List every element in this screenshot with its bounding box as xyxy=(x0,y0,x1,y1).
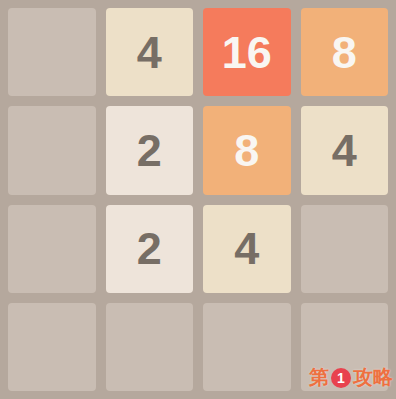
empty-cell-r3c4 xyxy=(301,205,389,293)
tile-2-r2c2: 2 xyxy=(106,106,194,194)
empty-cell-r2c1 xyxy=(8,106,96,194)
watermark: 第 1 攻略 xyxy=(309,364,393,391)
empty-cell-r4c3 xyxy=(203,303,291,391)
tile-4-r3c3: 4 xyxy=(203,205,291,293)
board-grid: 416828424 xyxy=(8,8,388,391)
game-board-2048[interactable]: 416828424 第 1 攻略 xyxy=(0,0,396,399)
tile-2-r3c2: 2 xyxy=(106,205,194,293)
watermark-suffix: 攻略 xyxy=(353,364,393,391)
watermark-prefix: 第 xyxy=(309,364,329,391)
tile-4-r1c2: 4 xyxy=(106,8,194,96)
watermark-number-badge: 1 xyxy=(331,368,351,388)
empty-cell-r1c1 xyxy=(8,8,96,96)
tile-16-r1c3: 16 xyxy=(203,8,291,96)
tile-4-r2c4: 4 xyxy=(301,106,389,194)
empty-cell-r3c1 xyxy=(8,205,96,293)
tile-8-r1c4: 8 xyxy=(301,8,389,96)
empty-cell-r4c1 xyxy=(8,303,96,391)
tile-8-r2c3: 8 xyxy=(203,106,291,194)
empty-cell-r4c2 xyxy=(106,303,194,391)
